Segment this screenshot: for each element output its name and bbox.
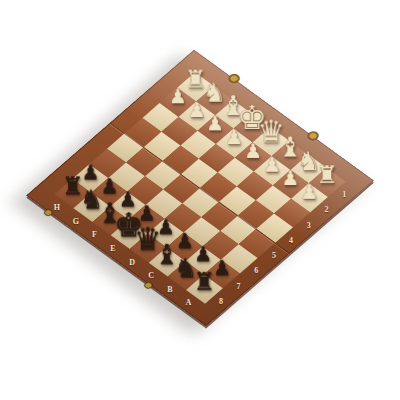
rank-label-text: 6 xyxy=(254,266,258,275)
file-label-text: F xyxy=(92,230,97,239)
rank-label-text: 1 xyxy=(342,190,346,199)
rank-label-text: 8 xyxy=(219,297,223,306)
file-label-text: E xyxy=(111,244,116,253)
black-rook-icon: ♜ xyxy=(194,270,216,294)
chess-board: ♜♞♝♚♛♝♞♜♟♟♟♟♟♟♟♟♟♟♟♟♟♟♟♟♜♞♝♚♛♝♞♜ HGFEDCB… xyxy=(26,50,374,326)
white-pawn-icon: ♟ xyxy=(263,154,281,174)
white-pawn-icon: ♟ xyxy=(301,182,319,202)
rank-label-text: 5 xyxy=(272,251,276,260)
rank-label-text: 2 xyxy=(324,205,328,214)
file-label-text: B xyxy=(167,285,172,294)
file-label-text: A xyxy=(186,298,192,307)
white-pawn-icon: ♟ xyxy=(282,168,300,188)
rank-label-text: 7 xyxy=(237,282,241,291)
white-pawn-icon: ♟ xyxy=(244,141,262,161)
file-label-text: G xyxy=(73,216,79,225)
brass-clasp-ring-icon xyxy=(306,130,322,142)
white-rook-icon: ♜ xyxy=(317,163,339,187)
white-pawn-icon: ♟ xyxy=(226,127,244,147)
black-pawn-icon: ♟ xyxy=(81,162,99,182)
chess-set-photo: ♜♞♝♚♛♝♞♜♟♟♟♟♟♟♟♟♟♟♟♟♟♟♟♟♜♞♝♚♛♝♞♜ HGFEDCB… xyxy=(0,0,400,400)
file-label-text: D xyxy=(129,257,135,266)
file-label-text: H xyxy=(54,203,60,212)
file-label-text: C xyxy=(148,271,154,280)
white-pawn-icon: ♟ xyxy=(169,86,187,106)
white-pawn-icon: ♟ xyxy=(207,113,225,133)
rank-label-text: 4 xyxy=(289,236,293,245)
white-pawn-icon: ♟ xyxy=(188,100,206,120)
rank-label-text: 3 xyxy=(307,221,311,230)
brass-clasp-ring-icon xyxy=(226,72,242,84)
black-pawn-icon: ♟ xyxy=(213,258,231,278)
